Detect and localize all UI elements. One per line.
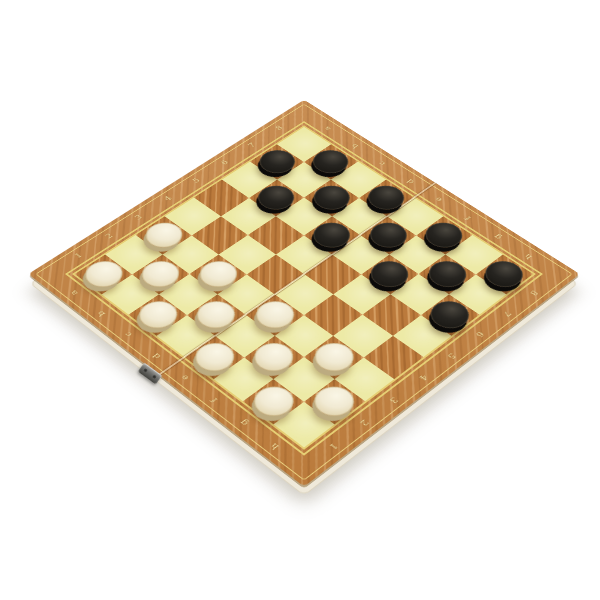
white-man-e1[interactable]: ⛀ [187, 337, 242, 377]
label-file-d-bottom: d [147, 348, 168, 363]
label-rank-1-left: 1 [70, 249, 90, 262]
board-3d: 8877665544332211aabbccddeeffgghh ⛀⛀⛀⛀⛀⛀⛀… [28, 100, 580, 487]
squares-grid [75, 127, 533, 447]
square-g1[interactable] [243, 379, 304, 424]
white-man-e3[interactable]: ⛀ [248, 296, 301, 334]
square-h2[interactable] [304, 379, 365, 424]
square-h5[interactable] [393, 315, 452, 357]
label-file-h-bottom: h [265, 437, 287, 453]
square-c1[interactable] [129, 294, 187, 335]
square-g2[interactable] [274, 357, 334, 401]
white-man-d2[interactable]: ⛀ [190, 296, 243, 334]
label-file-g-bottom: g [234, 414, 255, 430]
label-rank-2-right: 2 [353, 414, 374, 430]
black-man-h6[interactable]: ⛂ [423, 296, 476, 334]
label-rank-4-left: 4 [159, 193, 178, 206]
label-rank-2-left: 2 [100, 230, 119, 243]
label-file-b-top: b [346, 140, 364, 152]
square-d1[interactable] [156, 315, 215, 357]
square-b1[interactable] [101, 274, 159, 315]
square-h4[interactable] [364, 336, 424, 379]
scene: 8877665544332211aabbccddeeffgghh ⛀⛀⛀⛀⛀⛀⛀… [0, 0, 600, 600]
square-e4[interactable] [275, 274, 333, 315]
white-man-h2[interactable]: ⛀ [307, 381, 363, 422]
label-rank-8-right: 8 [523, 285, 543, 299]
label-rank-5-left: 5 [188, 175, 207, 187]
square-g4[interactable] [334, 315, 393, 357]
square-h7[interactable] [449, 274, 507, 315]
label-rank-7-left: 7 [243, 140, 261, 152]
square-f3[interactable] [274, 315, 333, 357]
square-d3[interactable] [217, 274, 275, 315]
label-file-g-top: g [489, 230, 508, 243]
square-f4[interactable] [304, 294, 362, 335]
label-rank-4-right: 4 [412, 369, 433, 384]
label-file-c-top: c [373, 157, 392, 169]
label-rank-6-right: 6 [469, 327, 489, 342]
label-rank-6-left: 6 [216, 157, 235, 169]
label-file-f-top: f [459, 211, 478, 224]
square-g6[interactable] [391, 274, 449, 315]
playing-area: ⛀⛀⛀⛀⛀⛀⛀⛀⛀⛀⛀⛀⛂⛂⛂⛂⛂⛂⛂⛂⛂⛂⛂⛂ [75, 127, 533, 447]
white-man-g3[interactable]: ⛀ [307, 337, 362, 377]
label-rank-8-left: 8 [270, 122, 288, 134]
square-h1[interactable] [273, 401, 335, 447]
folding-wooden-board: 8877665544332211aabbccddeeffgghh ⛀⛀⛀⛀⛀⛀⛀… [28, 100, 580, 487]
square-f1[interactable] [213, 357, 273, 401]
label-rank-3-left: 3 [130, 211, 149, 224]
label-file-h-top: h [519, 249, 539, 262]
label-file-a-top: a [319, 122, 337, 134]
square-f5[interactable] [333, 274, 391, 315]
white-man-c1[interactable]: ⛀ [131, 296, 184, 334]
white-man-g1[interactable]: ⛀ [246, 381, 302, 422]
label-rank-3-right: 3 [383, 392, 404, 408]
label-file-e-bottom: e [175, 369, 196, 384]
label-file-c-bottom: c [119, 327, 139, 342]
square-f2[interactable] [244, 336, 304, 379]
board-perspective: 8877665544332211aabbccddeeffgghh ⛀⛀⛀⛀⛀⛀⛀… [109, 79, 499, 469]
square-e2[interactable] [215, 315, 274, 357]
label-rank-1-right: 1 [322, 437, 344, 453]
label-file-f-bottom: f [204, 392, 225, 408]
square-c2[interactable] [159, 274, 217, 315]
label-file-a-bottom: a [65, 285, 85, 299]
square-e1[interactable] [185, 336, 245, 379]
square-h6[interactable] [421, 294, 479, 335]
label-file-b-bottom: b [92, 306, 112, 320]
label-rank-5-right: 5 [441, 348, 462, 363]
square-e3[interactable] [246, 294, 304, 335]
label-rank-7-right: 7 [496, 306, 516, 320]
label-file-d-top: d [401, 175, 420, 187]
label-file-e-top: e [430, 193, 449, 206]
square-g5[interactable] [362, 294, 420, 335]
square-d2[interactable] [187, 294, 245, 335]
square-g3[interactable] [304, 336, 364, 379]
square-h3[interactable] [334, 357, 394, 401]
white-man-f2[interactable]: ⛀ [247, 337, 302, 377]
